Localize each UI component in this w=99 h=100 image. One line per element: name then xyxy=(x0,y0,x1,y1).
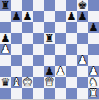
square-r6c1[interactable] xyxy=(0,55,11,66)
square-r4c8[interactable] xyxy=(77,33,88,44)
square-r8c2[interactable]: ♝ xyxy=(11,77,22,88)
square-r3c2[interactable] xyxy=(11,22,22,33)
square-r8c5[interactable]: ♛ xyxy=(44,77,55,88)
square-r2c1[interactable] xyxy=(0,11,11,22)
square-r3c4[interactable] xyxy=(33,22,44,33)
piece-black-pawn[interactable]: ♟ xyxy=(67,11,77,22)
square-r5c9[interactable] xyxy=(88,44,99,55)
square-r8c7[interactable] xyxy=(66,77,77,88)
square-r7c7[interactable] xyxy=(66,66,77,77)
square-r5c5[interactable] xyxy=(44,44,55,55)
board-bottom-border xyxy=(0,99,99,100)
square-r3c7[interactable] xyxy=(66,22,77,33)
square-r2c2[interactable]: ♟ xyxy=(11,11,22,22)
square-r8c6[interactable] xyxy=(55,77,66,88)
piece-white-king[interactable]: ♚ xyxy=(23,77,33,88)
square-r7c4[interactable] xyxy=(33,66,44,77)
square-r2c4[interactable] xyxy=(33,11,44,22)
piece-black-pawn[interactable]: ♟ xyxy=(12,11,22,22)
square-r9c2[interactable] xyxy=(11,88,22,99)
square-r9c7[interactable] xyxy=(66,88,77,99)
square-r9c3[interactable] xyxy=(22,88,33,99)
square-r1c4[interactable] xyxy=(33,0,44,11)
square-r4c9[interactable] xyxy=(88,33,99,44)
square-r5c1[interactable]: ♟ xyxy=(0,44,11,55)
square-r6c7[interactable] xyxy=(66,55,77,66)
piece-white-pawn[interactable]: ♟ xyxy=(78,55,88,66)
piece-white-pawn[interactable]: ♟ xyxy=(56,66,66,77)
square-r3c9[interactable]: ♟ xyxy=(88,22,99,33)
square-r3c8[interactable] xyxy=(77,22,88,33)
square-r5c7[interactable] xyxy=(66,44,77,55)
square-r1c6[interactable] xyxy=(55,0,66,11)
square-r6c2[interactable] xyxy=(11,55,22,66)
piece-white-rook[interactable]: ♜ xyxy=(89,88,99,99)
square-r4c6[interactable] xyxy=(55,33,66,44)
square-r8c3[interactable]: ♚ xyxy=(22,77,33,88)
square-r7c8[interactable] xyxy=(77,66,88,77)
square-r9c1[interactable] xyxy=(0,88,11,99)
square-r8c4[interactable] xyxy=(33,77,44,88)
piece-black-queen[interactable]: ♛ xyxy=(1,77,11,88)
square-r2c8[interactable]: ♟ xyxy=(77,11,88,22)
square-r2c5[interactable] xyxy=(44,11,55,22)
square-r5c2[interactable] xyxy=(11,44,22,55)
square-r5c4[interactable] xyxy=(33,44,44,55)
square-r9c9[interactable]: ♜ xyxy=(88,88,99,99)
piece-white-bishop[interactable]: ♝ xyxy=(12,77,22,88)
square-r2c7[interactable]: ♟ xyxy=(66,11,77,22)
square-r9c8[interactable] xyxy=(77,88,88,99)
piece-white-queen[interactable]: ♛ xyxy=(45,77,55,88)
square-r5c6[interactable] xyxy=(55,44,66,55)
square-r4c5[interactable]: ♜ xyxy=(44,33,55,44)
piece-black-pawn[interactable]: ♟ xyxy=(89,22,99,33)
square-r6c3[interactable] xyxy=(22,55,33,66)
square-r9c6[interactable] xyxy=(55,88,66,99)
square-r1c1[interactable]: ♜ xyxy=(0,0,11,11)
square-r3c6[interactable] xyxy=(55,22,66,33)
square-r7c6[interactable]: ♟ xyxy=(55,66,66,77)
square-r2c3[interactable]: ♟ xyxy=(22,11,33,22)
square-r6c8[interactable]: ♟ xyxy=(77,55,88,66)
piece-black-pawn[interactable]: ♟ xyxy=(78,11,88,22)
square-r4c7[interactable] xyxy=(66,33,77,44)
square-r4c2[interactable] xyxy=(11,33,22,44)
square-r8c1[interactable]: ♛ xyxy=(0,77,11,88)
piece-black-pawn[interactable]: ♟ xyxy=(23,11,33,22)
chess-board: ♜♚♟♟♟♟♟♟♜♟♟♟♟♟♛♝♚♛♞♜ xyxy=(0,0,99,99)
square-r3c3[interactable] xyxy=(22,22,33,33)
square-r1c9[interactable] xyxy=(88,0,99,11)
square-r2c6[interactable] xyxy=(55,11,66,22)
square-r1c5[interactable] xyxy=(44,0,55,11)
square-r9c5[interactable] xyxy=(44,88,55,99)
square-r6c4[interactable] xyxy=(33,55,44,66)
piece-black-rook[interactable]: ♜ xyxy=(1,0,11,11)
square-r8c8[interactable] xyxy=(77,77,88,88)
square-r4c4[interactable] xyxy=(33,33,44,44)
square-r5c3[interactable] xyxy=(22,44,33,55)
piece-white-pawn[interactable]: ♟ xyxy=(1,44,11,55)
piece-black-rook[interactable]: ♜ xyxy=(45,33,55,44)
square-r9c4[interactable] xyxy=(33,88,44,99)
square-r4c3[interactable] xyxy=(22,33,33,44)
